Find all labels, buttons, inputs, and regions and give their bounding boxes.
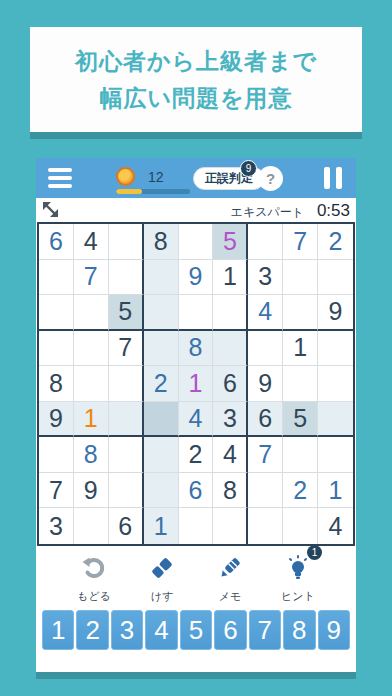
- undo-button[interactable]: もどる: [60, 548, 128, 606]
- sudoku-cell-r4c7[interactable]: [248, 331, 283, 367]
- sudoku-cell-r1c2[interactable]: 4: [74, 224, 109, 260]
- sudoku-cell-r2c7[interactable]: 3: [248, 260, 283, 296]
- sudoku-cell-r7c5[interactable]: 2: [179, 437, 214, 473]
- sudoku-cell-r4c6[interactable]: [213, 331, 248, 367]
- status-strip: エキスパート 0:53: [36, 198, 356, 222]
- sudoku-cell-r5c8[interactable]: [283, 366, 318, 402]
- coin-progress-bar: [116, 189, 190, 194]
- sudoku-cell-r1c8[interactable]: 7: [283, 224, 318, 260]
- sudoku-cell-r6c5[interactable]: 4: [179, 402, 214, 438]
- memo-icon: [216, 554, 244, 582]
- sudoku-cell-r3c6[interactable]: [213, 295, 248, 331]
- numpad: 123456789: [42, 610, 350, 650]
- sudoku-cell-r4c4[interactable]: [144, 331, 179, 367]
- numpad-key-2[interactable]: 2: [76, 610, 108, 650]
- help-button[interactable]: ?: [258, 166, 283, 191]
- hint-icon: [284, 554, 312, 582]
- sudoku-cell-r3c2[interactable]: [74, 295, 109, 331]
- sudoku-cell-r8c3[interactable]: [109, 473, 144, 509]
- sudoku-cell-r9c7[interactable]: [248, 508, 283, 544]
- sudoku-cell-r6c8[interactable]: 5: [283, 402, 318, 438]
- sudoku-cell-r8c8[interactable]: 2: [283, 473, 318, 509]
- sudoku-cell-r3c1[interactable]: [39, 295, 74, 331]
- sudoku-cell-r9c2[interactable]: [74, 508, 109, 544]
- sudoku-cell-r1c9[interactable]: 2: [318, 224, 353, 260]
- numpad-key-1[interactable]: 1: [42, 610, 74, 650]
- sudoku-cell-r3c4[interactable]: [144, 295, 179, 331]
- sudoku-cell-r7c4[interactable]: [144, 437, 179, 473]
- sudoku-cell-r3c8[interactable]: [283, 295, 318, 331]
- sudoku-cell-r2c3[interactable]: [109, 260, 144, 296]
- numpad-key-8[interactable]: 8: [283, 610, 315, 650]
- sudoku-cell-r9c1[interactable]: 3: [39, 508, 74, 544]
- numpad-key-4[interactable]: 4: [145, 610, 177, 650]
- sudoku-cell-r7c8[interactable]: [283, 437, 318, 473]
- sudoku-cell-r8c9[interactable]: 1: [318, 473, 353, 509]
- sudoku-cell-r7c1[interactable]: [39, 437, 74, 473]
- sudoku-cell-r4c5[interactable]: 8: [179, 331, 214, 367]
- erase-label: けす: [151, 589, 174, 604]
- hint-button[interactable]: 1 ヒント: [264, 548, 332, 606]
- promo-line2: 幅広い問題を用意: [99, 83, 292, 114]
- sudoku-cell-r9c6[interactable]: [213, 508, 248, 544]
- sudoku-cell-r8c4[interactable]: [144, 473, 179, 509]
- eraser-icon: [148, 554, 176, 582]
- pause-button[interactable]: [322, 167, 344, 189]
- sudoku-cell-r7c7[interactable]: 7: [248, 437, 283, 473]
- sudoku-cell-r7c2[interactable]: 8: [74, 437, 109, 473]
- sudoku-cell-r9c9[interactable]: 4: [318, 508, 353, 544]
- sudoku-cell-r3c7[interactable]: 4: [248, 295, 283, 331]
- sudoku-cell-r2c6[interactable]: 1: [213, 260, 248, 296]
- numpad-key-6[interactable]: 6: [214, 610, 246, 650]
- sudoku-cell-r5c3[interactable]: [109, 366, 144, 402]
- sudoku-cell-r4c3[interactable]: 7: [109, 331, 144, 367]
- resize-icon[interactable]: [41, 200, 60, 219]
- sudoku-cell-r2c1[interactable]: [39, 260, 74, 296]
- memo-button[interactable]: メモ: [196, 548, 264, 606]
- coin-icon: [116, 167, 135, 186]
- sudoku-cell-r7c6[interactable]: 4: [213, 437, 248, 473]
- coin-count: 12: [148, 169, 164, 185]
- sudoku-cell-r7c3[interactable]: [109, 437, 144, 473]
- sudoku-cell-r3c5[interactable]: [179, 295, 214, 331]
- sudoku-cell-r1c7[interactable]: [248, 224, 283, 260]
- hamburger-icon: [48, 168, 72, 172]
- undo-label: もどる: [77, 589, 111, 604]
- sudoku-grid: 6485727913549781821699143658247796821361…: [37, 222, 355, 546]
- sudoku-cell-r5c4[interactable]: 2: [144, 366, 179, 402]
- sudoku-cell-r9c3[interactable]: 6: [109, 508, 144, 544]
- sudoku-cell-r2c2[interactable]: 7: [74, 260, 109, 296]
- sudoku-cell-r1c6[interactable]: 5: [213, 224, 248, 260]
- sudoku-cell-r2c9[interactable]: [318, 260, 353, 296]
- sudoku-cell-r3c9[interactable]: 9: [318, 295, 353, 331]
- sudoku-cell-r5c1[interactable]: 8: [39, 366, 74, 402]
- sudoku-cell-r4c8[interactable]: 1: [283, 331, 318, 367]
- sudoku-cell-r2c5[interactable]: 9: [179, 260, 214, 296]
- pause-icon: [324, 167, 330, 189]
- sudoku-cell-r8c1[interactable]: 7: [39, 473, 74, 509]
- menu-button[interactable]: [48, 166, 72, 190]
- promo-line1: 初心者から上級者まで: [75, 46, 317, 77]
- judge-badge: 9: [240, 160, 257, 177]
- sudoku-cell-r4c2[interactable]: [74, 331, 109, 367]
- sudoku-cell-r1c4[interactable]: 8: [144, 224, 179, 260]
- hint-badge: 1: [307, 545, 322, 560]
- sudoku-cell-r6c9[interactable]: [318, 402, 353, 438]
- sudoku-cell-r5c6[interactable]: 6: [213, 366, 248, 402]
- sudoku-cell-r9c4[interactable]: 1: [144, 508, 179, 544]
- erase-button[interactable]: けす: [128, 548, 196, 606]
- sudoku-cell-r6c4[interactable]: [144, 402, 179, 438]
- app-header: 12 正誤判定 9 ?: [36, 158, 356, 198]
- hint-label: ヒント: [281, 589, 315, 604]
- numpad-key-3[interactable]: 3: [111, 610, 143, 650]
- sudoku-cell-r5c2[interactable]: [74, 366, 109, 402]
- sudoku-cell-r6c3[interactable]: [109, 402, 144, 438]
- sudoku-cell-r8c7[interactable]: [248, 473, 283, 509]
- sudoku-cell-r1c3[interactable]: [109, 224, 144, 260]
- difficulty-label: エキスパート: [231, 204, 304, 221]
- sudoku-cell-r8c5[interactable]: 6: [179, 473, 214, 509]
- sudoku-app-window: 12 正誤判定 9 ? エキスパート 0:53 6485727913549781…: [36, 158, 356, 672]
- numpad-key-7[interactable]: 7: [249, 610, 281, 650]
- numpad-key-9[interactable]: 9: [318, 610, 350, 650]
- sudoku-cell-r1c1[interactable]: 6: [39, 224, 74, 260]
- sudoku-cell-r4c9[interactable]: [318, 331, 353, 367]
- sudoku-cell-r9c8[interactable]: [283, 508, 318, 544]
- undo-icon: [81, 555, 107, 581]
- sudoku-cell-r6c7[interactable]: 6: [248, 402, 283, 438]
- sudoku-cell-r1c5[interactable]: [179, 224, 214, 260]
- sudoku-cell-r4c1[interactable]: [39, 331, 74, 367]
- sudoku-cell-r3c3[interactable]: 5: [109, 295, 144, 331]
- sudoku-cell-r2c8[interactable]: [283, 260, 318, 296]
- sudoku-cell-r6c2[interactable]: 1: [74, 402, 109, 438]
- memo-label: メモ: [219, 589, 242, 604]
- sudoku-cell-r8c6[interactable]: 8: [213, 473, 248, 509]
- promo-banner: 初心者から上級者まで 幅広い問題を用意: [30, 27, 362, 132]
- sudoku-cell-r8c2[interactable]: 9: [74, 473, 109, 509]
- toolbar: もどる けす: [36, 548, 356, 606]
- sudoku-cell-r7c9[interactable]: [318, 437, 353, 473]
- sudoku-cell-r6c1[interactable]: 9: [39, 402, 74, 438]
- sudoku-cell-r5c9[interactable]: [318, 366, 353, 402]
- sudoku-cell-r9c5[interactable]: [179, 508, 214, 544]
- timer-value: 0:53: [317, 201, 350, 221]
- sudoku-cell-r6c6[interactable]: 3: [213, 402, 248, 438]
- numpad-key-5[interactable]: 5: [180, 610, 212, 650]
- sudoku-cell-r5c5[interactable]: 1: [179, 366, 214, 402]
- sudoku-cell-r2c4[interactable]: [144, 260, 179, 296]
- sudoku-cell-r5c7[interactable]: 9: [248, 366, 283, 402]
